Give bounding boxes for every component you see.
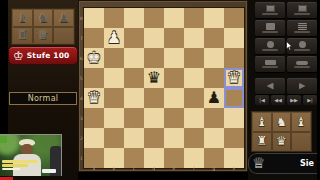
captured-white-rook: ♜ [256,135,267,147]
white-queen-h5: ♛ [227,70,241,86]
chevron-right-button[interactable] [287,78,317,94]
engine-player-button[interactable]: ♔ Stufe 100 [8,46,78,65]
tray-cell: ♛ [272,132,292,152]
square-e7[interactable] [164,28,184,48]
square-c3[interactable] [124,108,144,128]
mode-selector[interactable]: Normal [9,92,77,105]
nav-button-back[interactable]: ◀◀ [271,95,285,105]
square-e1[interactable] [164,148,184,168]
move-list-button[interactable] [287,20,317,36]
square-g5[interactable] [204,68,224,88]
player-head-button[interactable] [255,38,285,54]
square-d7[interactable] [144,28,164,48]
rank-label-8: 8 [79,8,84,28]
captured-black-rook: ♜ [17,29,28,41]
square-e2[interactable] [164,128,184,148]
board-grid-button[interactable] [255,2,285,18]
black-queen-d5: ♛ [147,70,161,86]
square-d2[interactable] [144,128,164,148]
rank-label-1: 1 [79,148,84,168]
square-g2[interactable] [204,128,224,148]
square-h8[interactable] [224,8,244,28]
video-watermark [42,169,56,173]
handshake-button[interactable] [287,56,317,72]
tray-cell: ♜ [252,132,272,152]
square-b1[interactable] [104,148,124,168]
nav-button-end[interactable]: ▶| [303,95,317,105]
square-g3[interactable] [204,108,224,128]
document-icon [266,23,275,30]
square-b5[interactable] [104,68,124,88]
video-progress-bar[interactable] [0,177,13,180]
move-list-icon [298,23,307,30]
tray-cell [53,27,74,45]
button-label-placeholder [262,66,278,68]
square-d4[interactable] [144,88,164,108]
tray-cell: ♜ [12,27,33,45]
tray-cell: ♟ [53,9,74,27]
handshake-icon [296,61,308,65]
video-badge [0,136,7,143]
captured-pieces-tray-white: ♝♞♝♜♛ [251,111,312,152]
square-d1[interactable] [144,148,164,168]
square-c7[interactable] [124,28,144,48]
square-b6[interactable] [104,48,124,68]
document-button[interactable] [255,20,285,36]
square-b2[interactable] [104,128,124,148]
square-g8[interactable] [204,8,224,28]
square-f5[interactable] [184,68,204,88]
app-screen: ♝♞♟♜♛ ♔ Stufe 100 Normal ♟♚♛♛♛♟ 87654321… [0,0,320,180]
captured-white-bishop: ♝ [296,116,307,128]
square-d3[interactable] [144,108,164,128]
captured-white-bishop: ♝ [256,116,267,128]
bench-button[interactable] [255,56,285,72]
square-e5[interactable] [164,68,184,88]
mode-label: Normal [28,94,59,103]
caption-line [2,160,38,163]
engine-head-icon [299,41,306,48]
captured-black-pawn: ♟ [58,12,69,24]
button-label-placeholder [294,49,310,51]
tray-cell: ♝ [291,112,311,132]
square-f2[interactable] [184,128,204,148]
square-e3[interactable] [164,108,184,128]
caption-line [2,168,20,170]
tray-cell [291,132,311,152]
square-f8[interactable] [184,8,204,28]
square-h4[interactable] [224,88,244,108]
captured-pieces-tray-black: ♝♞♟♜♛ [11,8,75,45]
nav-button-start[interactable]: |◀ [255,95,269,105]
square-h2[interactable] [224,128,244,148]
square-g7[interactable] [204,28,224,48]
chess-board-frame: ♟♚♛♛♛♟ 87654321 abcdefgh [78,0,248,172]
button-label-placeholder [294,31,310,33]
file-label-f: f [184,166,204,171]
square-h7[interactable] [224,28,244,48]
button-label-placeholder [262,49,278,51]
presenter-video-overlay [0,134,62,176]
square-d5[interactable]: ♛ [144,68,164,88]
white-crown-outline-icon: ♕ [252,156,265,171]
human-player-label: Sie [300,159,314,168]
file-label-c: c [124,166,144,171]
square-g6[interactable] [204,48,224,68]
rank-label-6: 6 [79,48,84,68]
rank-label-5: 5 [79,68,84,88]
tray-cell: ♝ [12,9,33,27]
square-c5[interactable] [124,68,144,88]
square-g1[interactable] [204,148,224,168]
square-h5[interactable]: ♛ [224,68,244,88]
square-a8[interactable] [84,8,104,28]
right-menu-panel: |◀◀◀▶▶▶| ♝♞♝♜♛ ♕ Sie [248,0,320,180]
bench-icon [265,60,276,65]
file-label-e: e [164,166,184,171]
file-label-h: h [224,166,244,171]
captured-black-bishop: ♝ [17,12,28,24]
square-h3[interactable] [224,108,244,128]
button-label-placeholder [262,31,278,33]
rank-label-4: 4 [79,88,84,108]
square-e8[interactable] [164,8,184,28]
white-queen-a4: ♛ [87,90,101,106]
square-b7[interactable]: ♟ [104,28,124,48]
caption-line [2,164,28,167]
square-d6[interactable] [144,48,164,68]
nav-button-forward[interactable]: ▶▶ [287,95,301,105]
square-a1[interactable] [84,148,104,168]
file-label-g: g [204,166,224,171]
tray-cell: ♛ [33,27,54,45]
pieces-box-icon [298,5,307,12]
mouse-cursor [286,41,293,51]
white-king-icon: ♔ [13,50,24,62]
file-label-b: b [104,166,124,171]
square-a6[interactable]: ♚ [84,48,104,68]
button-label-placeholder [294,13,310,15]
square-f7[interactable] [184,28,204,48]
captured-black-knight: ♞ [38,12,49,24]
white-pawn-b7: ♟ [107,30,121,46]
square-a2[interactable] [84,128,104,148]
black-pawn-g4: ♟ [207,90,221,106]
square-b8[interactable] [104,8,124,28]
square-a5[interactable] [84,68,104,88]
square-c4[interactable] [124,88,144,108]
button-label-placeholder [294,66,310,68]
square-c2[interactable] [124,128,144,148]
square-h6[interactable] [224,48,244,68]
engine-level-label: Stufe 100 [27,51,70,60]
square-d8[interactable] [144,8,164,28]
captured-white-queen: ♛ [276,135,287,147]
square-b4[interactable] [104,88,124,108]
rank-label-3: 3 [79,108,84,128]
chevron-left-icon [267,83,274,90]
tray-cell: ♝ [252,112,272,132]
square-f4[interactable] [184,88,204,108]
button-label-placeholder [262,13,278,15]
square-e4[interactable] [164,88,184,108]
square-f1[interactable] [184,148,204,168]
square-a4[interactable]: ♛ [84,88,104,108]
square-g4[interactable]: ♟ [204,88,224,108]
captured-white-knight: ♞ [276,116,287,128]
square-e6[interactable] [164,48,184,68]
square-b3[interactable] [104,108,124,128]
pieces-box-button[interactable] [287,2,317,18]
captured-black-queen: ♛ [38,29,49,41]
square-f6[interactable] [184,48,204,68]
square-a3[interactable] [84,108,104,128]
chess-board[interactable]: ♟♚♛♛♛♟ [84,8,244,168]
white-king-a6: ♚ [87,50,101,66]
tray-cell: ♞ [33,9,54,27]
player-head-icon [267,41,274,48]
file-label-d: d [144,166,164,171]
square-h1[interactable] [224,148,244,168]
square-f3[interactable] [184,108,204,128]
chevron-left-button[interactable] [255,78,285,94]
rank-label-2: 2 [79,128,84,148]
square-a7[interactable] [84,28,104,48]
file-label-a: a [84,166,104,171]
square-c8[interactable] [124,8,144,28]
board-grid-icon [266,5,275,12]
chevron-right-icon [299,83,306,90]
square-c1[interactable] [124,148,144,168]
human-player-button[interactable]: ♕ Sie [248,153,320,174]
tray-cell: ♞ [272,112,292,132]
square-c6[interactable] [124,48,144,68]
rank-label-7: 7 [79,28,84,48]
